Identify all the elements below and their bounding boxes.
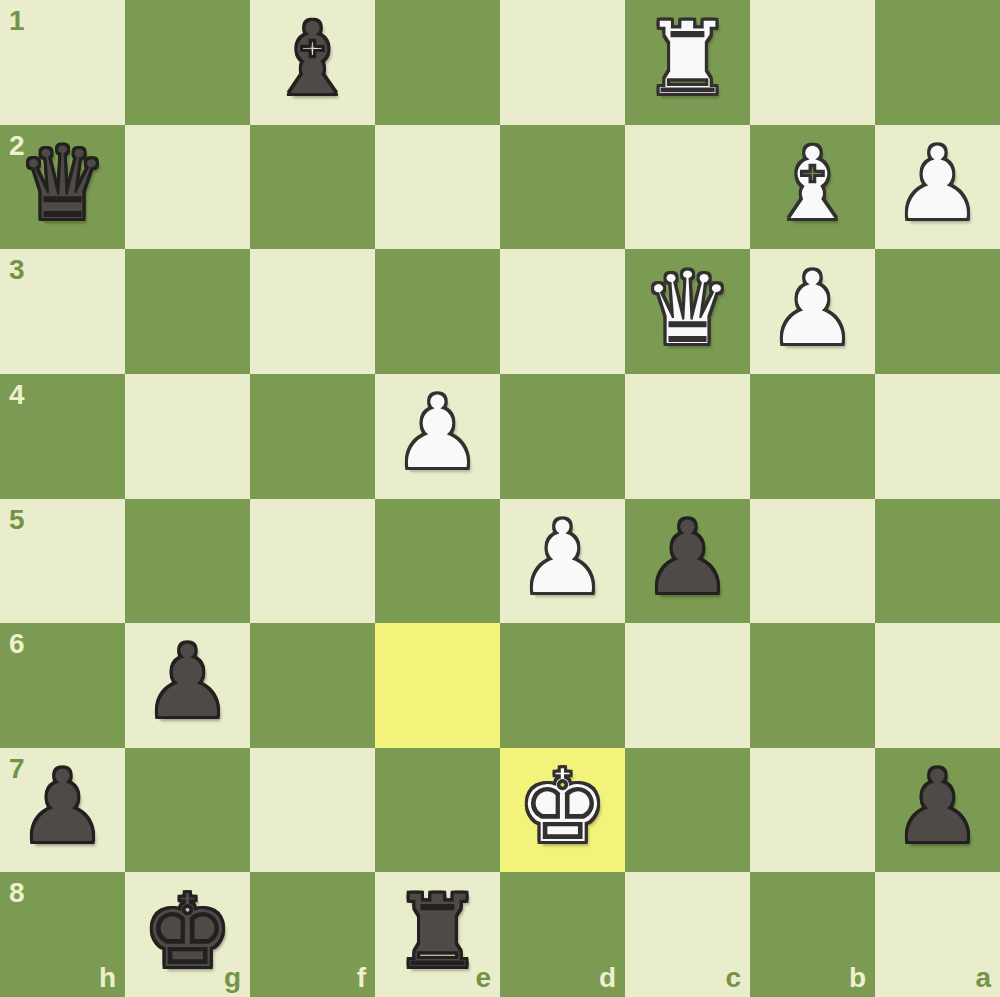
black-pawn-c5[interactable]: ♟ — [642, 507, 733, 609]
square-h4[interactable]: 4 — [0, 374, 125, 499]
square-d3[interactable] — [500, 249, 625, 374]
square-d2[interactable] — [500, 125, 625, 250]
square-c1[interactable]: ♜ — [625, 0, 750, 125]
square-d6[interactable] — [500, 623, 625, 748]
rank-label-6: 6 — [9, 630, 25, 658]
square-e7[interactable] — [375, 748, 500, 873]
chess-board: 1♝♜2♛♝♟3♛♟4♟5♟♟6♟7♟♚♟8hg♚fe♜dcba — [0, 0, 1000, 997]
square-g4[interactable] — [125, 374, 250, 499]
square-e1[interactable] — [375, 0, 500, 125]
square-e6[interactable] — [375, 623, 500, 748]
square-g7[interactable] — [125, 748, 250, 873]
square-c7[interactable] — [625, 748, 750, 873]
file-label-c: c — [725, 964, 741, 992]
rank-label-5: 5 — [9, 506, 25, 534]
square-b1[interactable] — [750, 0, 875, 125]
square-h6[interactable]: 6 — [0, 623, 125, 748]
square-d8[interactable]: d — [500, 872, 625, 997]
white-queen-c3[interactable]: ♛ — [642, 258, 733, 360]
square-b2[interactable]: ♝ — [750, 125, 875, 250]
square-c8[interactable]: c — [625, 872, 750, 997]
square-f8[interactable]: f — [250, 872, 375, 997]
square-f1[interactable]: ♝ — [250, 0, 375, 125]
black-king-g8[interactable]: ♚ — [142, 881, 233, 983]
square-h5[interactable]: 5 — [0, 499, 125, 624]
square-c5[interactable]: ♟ — [625, 499, 750, 624]
square-c4[interactable] — [625, 374, 750, 499]
black-pawn-a7[interactable]: ♟ — [892, 756, 983, 858]
square-h8[interactable]: 8h — [0, 872, 125, 997]
file-label-h: h — [99, 964, 116, 992]
square-f2[interactable] — [250, 125, 375, 250]
file-label-a: a — [975, 964, 991, 992]
square-c2[interactable] — [625, 125, 750, 250]
file-label-d: d — [599, 964, 616, 992]
square-g8[interactable]: g♚ — [125, 872, 250, 997]
rank-label-8: 8 — [9, 879, 25, 907]
black-bishop-f1[interactable]: ♝ — [267, 8, 358, 110]
square-b5[interactable] — [750, 499, 875, 624]
file-label-b: b — [849, 964, 866, 992]
white-king-d7[interactable]: ♚ — [517, 756, 608, 858]
square-e2[interactable] — [375, 125, 500, 250]
square-d1[interactable] — [500, 0, 625, 125]
square-d5[interactable]: ♟ — [500, 499, 625, 624]
square-e8[interactable]: e♜ — [375, 872, 500, 997]
square-d4[interactable] — [500, 374, 625, 499]
white-bishop-b2[interactable]: ♝ — [767, 133, 858, 235]
white-rook-c1[interactable]: ♜ — [642, 8, 733, 110]
square-h2[interactable]: 2♛ — [0, 125, 125, 250]
square-g5[interactable] — [125, 499, 250, 624]
square-b4[interactable] — [750, 374, 875, 499]
square-a6[interactable] — [875, 623, 1000, 748]
square-e5[interactable] — [375, 499, 500, 624]
black-pawn-g6[interactable]: ♟ — [142, 631, 233, 733]
square-b7[interactable] — [750, 748, 875, 873]
square-a2[interactable]: ♟ — [875, 125, 1000, 250]
square-b8[interactable]: b — [750, 872, 875, 997]
white-pawn-e4[interactable]: ♟ — [392, 382, 483, 484]
square-d7[interactable]: ♚ — [500, 748, 625, 873]
square-g6[interactable]: ♟ — [125, 623, 250, 748]
rank-label-4: 4 — [9, 381, 25, 409]
black-queen-h2[interactable]: ♛ — [17, 133, 108, 235]
square-f3[interactable] — [250, 249, 375, 374]
square-e4[interactable]: ♟ — [375, 374, 500, 499]
white-pawn-b3[interactable]: ♟ — [767, 258, 858, 360]
square-g3[interactable] — [125, 249, 250, 374]
black-pawn-h7[interactable]: ♟ — [17, 756, 108, 858]
square-c6[interactable] — [625, 623, 750, 748]
square-h1[interactable]: 1 — [0, 0, 125, 125]
square-f7[interactable] — [250, 748, 375, 873]
square-a7[interactable]: ♟ — [875, 748, 1000, 873]
square-e3[interactable] — [375, 249, 500, 374]
file-label-f: f — [357, 964, 366, 992]
square-a1[interactable] — [875, 0, 1000, 125]
square-b3[interactable]: ♟ — [750, 249, 875, 374]
square-g1[interactable] — [125, 0, 250, 125]
square-a3[interactable] — [875, 249, 1000, 374]
square-f6[interactable] — [250, 623, 375, 748]
black-rook-e8[interactable]: ♜ — [392, 881, 483, 983]
square-a4[interactable] — [875, 374, 1000, 499]
square-h3[interactable]: 3 — [0, 249, 125, 374]
square-b6[interactable] — [750, 623, 875, 748]
square-f4[interactable] — [250, 374, 375, 499]
white-pawn-d5[interactable]: ♟ — [517, 507, 608, 609]
rank-label-3: 3 — [9, 256, 25, 284]
rank-label-1: 1 — [9, 7, 25, 35]
square-a8[interactable]: a — [875, 872, 1000, 997]
white-pawn-a2[interactable]: ♟ — [892, 133, 983, 235]
square-g2[interactable] — [125, 125, 250, 250]
square-a5[interactable] — [875, 499, 1000, 624]
square-c3[interactable]: ♛ — [625, 249, 750, 374]
square-f5[interactable] — [250, 499, 375, 624]
square-h7[interactable]: 7♟ — [0, 748, 125, 873]
